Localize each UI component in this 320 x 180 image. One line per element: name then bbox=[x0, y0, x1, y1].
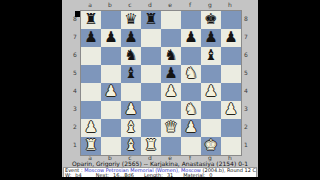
chess-board: ♜♛♜♚♟♟♟♟♟♟♞♞♝♝♟♞♟♟♟♟♞♟♟♝♛♟♜♝♜♚ bbox=[80, 10, 242, 156]
rank-label-7: 7 bbox=[71, 28, 79, 46]
square-f4[interactable] bbox=[181, 83, 201, 101]
piece-black-knight-e6[interactable]: ♞ bbox=[161, 47, 181, 65]
piece-black-rook-a8[interactable]: ♜ bbox=[81, 11, 101, 29]
rank-label-2: 2 bbox=[71, 118, 79, 136]
square-h1[interactable] bbox=[221, 137, 241, 155]
piece-white-pawn-a2[interactable]: ♟ bbox=[81, 119, 101, 137]
file-label-f: f bbox=[180, 1, 200, 9]
square-c3[interactable]: ♟ bbox=[121, 101, 141, 119]
letterbox-bottom-strip bbox=[0, 177, 320, 180]
piece-black-pawn-f7[interactable]: ♟ bbox=[181, 29, 201, 47]
square-b7[interactable]: ♟ bbox=[101, 29, 121, 47]
square-c7[interactable]: ♟ bbox=[121, 29, 141, 47]
rank-labels-left: 87654321 bbox=[71, 10, 79, 156]
rank-label-3: 3 bbox=[242, 100, 250, 118]
square-f7[interactable]: ♟ bbox=[181, 29, 201, 47]
square-h7[interactable]: ♟ bbox=[221, 29, 241, 47]
square-d2[interactable] bbox=[141, 119, 161, 137]
piece-white-bishop-c1[interactable]: ♝ bbox=[121, 137, 141, 155]
square-d4[interactable] bbox=[141, 83, 161, 101]
square-g6[interactable]: ♝ bbox=[201, 47, 221, 65]
piece-white-rook-d1[interactable]: ♜ bbox=[141, 137, 161, 155]
square-a3[interactable] bbox=[81, 101, 101, 119]
piece-white-knight-f3[interactable]: ♞ bbox=[181, 101, 201, 119]
square-f5[interactable]: ♞ bbox=[181, 65, 201, 83]
file-label-g: g bbox=[200, 1, 220, 9]
rank-label-1: 1 bbox=[71, 136, 79, 154]
piece-white-pawn-g4[interactable]: ♟ bbox=[201, 83, 221, 101]
square-g7[interactable]: ♟ bbox=[201, 29, 221, 47]
piece-white-pawn-f2[interactable]: ♟ bbox=[181, 119, 201, 137]
piece-black-pawn-g7[interactable]: ♟ bbox=[201, 29, 221, 47]
piece-black-king-g8[interactable]: ♚ bbox=[201, 11, 221, 29]
square-c1[interactable]: ♝ bbox=[121, 137, 141, 155]
piece-black-bishop-c5[interactable]: ♝ bbox=[121, 65, 141, 83]
square-f1[interactable] bbox=[181, 137, 201, 155]
piece-white-pawn-e4[interactable]: ♟ bbox=[161, 83, 181, 101]
piece-black-pawn-c7[interactable]: ♟ bbox=[121, 29, 141, 47]
piece-black-bishop-g6[interactable]: ♝ bbox=[201, 47, 221, 65]
square-e6[interactable]: ♞ bbox=[161, 47, 181, 65]
players-line: Oparin, Grigoriy (2565) -- Karjakina, An… bbox=[62, 160, 258, 167]
rank-label-5: 5 bbox=[242, 64, 250, 82]
square-h6[interactable] bbox=[221, 47, 241, 65]
square-b8[interactable] bbox=[101, 11, 121, 29]
piece-white-rook-a1[interactable]: ♜ bbox=[81, 137, 101, 155]
rank-label-6: 6 bbox=[71, 46, 79, 64]
piece-white-king-g1[interactable]: ♚ bbox=[201, 137, 221, 155]
piece-black-rook-d8[interactable]: ♜ bbox=[141, 11, 161, 29]
piece-black-knight-c6[interactable]: ♞ bbox=[121, 47, 141, 65]
square-g1[interactable]: ♚ bbox=[201, 137, 221, 155]
piece-white-pawn-b4[interactable]: ♟ bbox=[101, 83, 121, 101]
square-e1[interactable] bbox=[161, 137, 181, 155]
square-c2[interactable]: ♝ bbox=[121, 119, 141, 137]
square-h3[interactable]: ♟ bbox=[221, 101, 241, 119]
rank-label-2: 2 bbox=[242, 118, 250, 136]
square-d3[interactable] bbox=[141, 101, 161, 119]
square-g3[interactable] bbox=[201, 101, 221, 119]
file-label-d: d bbox=[140, 1, 160, 9]
square-c8[interactable]: ♛ bbox=[121, 11, 141, 29]
rank-label-8: 8 bbox=[242, 10, 250, 28]
square-b2[interactable] bbox=[101, 119, 121, 137]
square-a1[interactable]: ♜ bbox=[81, 137, 101, 155]
square-a4[interactable] bbox=[81, 83, 101, 101]
square-d7[interactable] bbox=[141, 29, 161, 47]
square-b5[interactable] bbox=[101, 65, 121, 83]
file-label-a: a bbox=[80, 1, 100, 9]
square-g2[interactable] bbox=[201, 119, 221, 137]
square-b4[interactable]: ♟ bbox=[101, 83, 121, 101]
square-a5[interactable] bbox=[81, 65, 101, 83]
square-b6[interactable] bbox=[101, 47, 121, 65]
square-h2[interactable] bbox=[221, 119, 241, 137]
square-d5[interactable] bbox=[141, 65, 161, 83]
square-g5[interactable] bbox=[201, 65, 221, 83]
square-g4[interactable]: ♟ bbox=[201, 83, 221, 101]
square-h8[interactable] bbox=[221, 11, 241, 29]
square-h4[interactable] bbox=[221, 83, 241, 101]
square-e3[interactable] bbox=[161, 101, 181, 119]
square-b3[interactable] bbox=[101, 101, 121, 119]
piece-white-queen-e2[interactable]: ♛ bbox=[161, 119, 181, 137]
square-a7[interactable]: ♟ bbox=[81, 29, 101, 47]
piece-black-pawn-h7[interactable]: ♟ bbox=[221, 29, 241, 47]
square-d1[interactable]: ♜ bbox=[141, 137, 161, 155]
piece-white-knight-f5[interactable]: ♞ bbox=[181, 65, 201, 83]
piece-black-pawn-b7[interactable]: ♟ bbox=[101, 29, 121, 47]
rank-labels-right: 87654321 bbox=[242, 10, 250, 156]
rank-label-4: 4 bbox=[242, 82, 250, 100]
file-label-b: b bbox=[100, 1, 120, 9]
square-a6[interactable] bbox=[81, 47, 101, 65]
square-c4[interactable] bbox=[121, 83, 141, 101]
square-g8[interactable]: ♚ bbox=[201, 11, 221, 29]
file-label-c: c bbox=[120, 1, 140, 9]
square-f2[interactable]: ♟ bbox=[181, 119, 201, 137]
square-c5[interactable]: ♝ bbox=[121, 65, 141, 83]
piece-white-pawn-h3[interactable]: ♟ bbox=[221, 101, 241, 119]
piece-black-pawn-a7[interactable]: ♟ bbox=[81, 29, 101, 47]
square-e2[interactable]: ♛ bbox=[161, 119, 181, 137]
square-e5[interactable]: ♟ bbox=[161, 65, 181, 83]
rank-label-6: 6 bbox=[242, 46, 250, 64]
square-h5[interactable] bbox=[221, 65, 241, 83]
piece-white-pawn-c3[interactable]: ♟ bbox=[121, 101, 141, 119]
square-d6[interactable] bbox=[141, 47, 161, 65]
rank-label-5: 5 bbox=[71, 64, 79, 82]
square-a2[interactable]: ♟ bbox=[81, 119, 101, 137]
rank-label-1: 1 bbox=[242, 136, 250, 154]
file-label-e: e bbox=[160, 1, 180, 9]
rank-label-4: 4 bbox=[71, 82, 79, 100]
square-f8[interactable] bbox=[181, 11, 201, 29]
square-a8[interactable]: ♜ bbox=[81, 11, 101, 29]
square-c6[interactable]: ♞ bbox=[121, 47, 141, 65]
square-f6[interactable] bbox=[181, 47, 201, 65]
piece-black-queen-c8[interactable]: ♛ bbox=[121, 11, 141, 29]
square-e8[interactable] bbox=[161, 11, 181, 29]
rank-label-7: 7 bbox=[242, 28, 250, 46]
rank-label-3: 3 bbox=[71, 100, 79, 118]
file-labels-top: abcdefgh bbox=[80, 1, 242, 9]
piece-white-bishop-c2[interactable]: ♝ bbox=[121, 119, 141, 137]
square-b1[interactable] bbox=[101, 137, 121, 155]
square-e7[interactable] bbox=[161, 29, 181, 47]
file-label-h: h bbox=[220, 1, 240, 9]
chess-panel: abcdefgh abcdefgh 87654321 87654321 ♜♛♜♚… bbox=[62, 0, 258, 180]
square-e4[interactable]: ♟ bbox=[161, 83, 181, 101]
piece-black-pawn-e5[interactable]: ♟ bbox=[161, 65, 181, 83]
square-f3[interactable]: ♞ bbox=[181, 101, 201, 119]
square-d8[interactable]: ♜ bbox=[141, 11, 161, 29]
